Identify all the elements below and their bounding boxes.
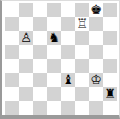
square-h8[interactable] [103,3,117,17]
black-bishop[interactable]: ♝ [62,73,74,87]
square-g7[interactable] [89,17,103,31]
square-a8[interactable] [5,3,19,17]
black-king[interactable]: ♚ [90,3,102,17]
square-h3[interactable] [103,73,117,87]
square-a4[interactable] [5,59,19,73]
black-knight[interactable]: ♞ [48,31,60,45]
square-d3[interactable] [47,73,61,87]
square-a1[interactable] [5,101,19,115]
square-c5[interactable] [33,45,47,59]
square-f1[interactable] [75,101,89,115]
square-g4[interactable] [89,59,103,73]
black-rook[interactable]: ♜ [104,87,116,101]
square-h5[interactable] [103,45,117,59]
square-e4[interactable] [61,59,75,73]
square-b7[interactable] [19,17,33,31]
square-d1[interactable] [47,101,61,115]
square-h1[interactable] [103,101,117,115]
square-b6[interactable]: ♙ [19,31,33,45]
square-e3[interactable]: ♝ [61,73,75,87]
square-e2[interactable] [61,87,75,101]
square-d2[interactable] [47,87,61,101]
square-c6[interactable] [33,31,47,45]
square-e6[interactable] [61,31,75,45]
square-f6[interactable] [75,31,89,45]
square-b2[interactable] [19,87,33,101]
square-g6[interactable] [89,31,103,45]
square-c8[interactable] [33,3,47,17]
square-f3[interactable] [75,73,89,87]
square-e7[interactable] [61,17,75,31]
square-d6[interactable]: ♞ [47,31,61,45]
white-rook[interactable]: ♖ [76,17,88,31]
square-a6[interactable] [5,31,19,45]
square-c4[interactable] [33,59,47,73]
square-h7[interactable] [103,17,117,31]
square-g3[interactable]: ♔ [89,73,103,87]
square-b1[interactable] [19,101,33,115]
square-c7[interactable] [33,17,47,31]
square-h4[interactable] [103,59,117,73]
square-a2[interactable] [5,87,19,101]
square-g8[interactable]: ♚ [89,3,103,17]
square-b3[interactable] [19,73,33,87]
square-f2[interactable] [75,87,89,101]
square-b5[interactable] [19,45,33,59]
square-c1[interactable] [33,101,47,115]
square-g5[interactable] [89,45,103,59]
white-pawn[interactable]: ♙ [20,31,32,45]
square-e8[interactable] [61,3,75,17]
square-f8[interactable] [75,3,89,17]
square-g1[interactable] [89,101,103,115]
square-h2[interactable]: ♜ [103,87,117,101]
square-b4[interactable] [19,59,33,73]
square-d4[interactable] [47,59,61,73]
chess-board: ♚♖♙♞♝♔♜ [5,3,117,115]
square-c2[interactable] [33,87,47,101]
square-g2[interactable] [89,87,103,101]
square-f5[interactable] [75,45,89,59]
white-king[interactable]: ♔ [90,73,102,87]
square-d7[interactable] [47,17,61,31]
chess-diagram: ♚♖♙♞♝♔♜ [0,0,120,119]
square-e1[interactable] [61,101,75,115]
square-a5[interactable] [5,45,19,59]
square-d8[interactable] [47,3,61,17]
square-f4[interactable] [75,59,89,73]
square-a3[interactable] [5,73,19,87]
square-b8[interactable] [19,3,33,17]
square-c3[interactable] [33,73,47,87]
square-f7[interactable]: ♖ [75,17,89,31]
square-a7[interactable] [5,17,19,31]
square-e5[interactable] [61,45,75,59]
square-h6[interactable] [103,31,117,45]
square-d5[interactable] [47,45,61,59]
